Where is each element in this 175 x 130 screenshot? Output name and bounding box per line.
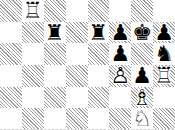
square-a7[interactable] <box>0 0 22 22</box>
chess-board: ♜♖♜♜♜♜♟♟♚♚♟♟♟♟♞♞♟♙♟♟♜♖♝♗♞♘ <box>0 0 175 130</box>
square-f6[interactable]: ♟♟ <box>109 22 131 44</box>
black-king-halo: ♚ <box>131 22 153 44</box>
square-g2[interactable]: ♞♘ <box>131 108 153 130</box>
white-knight-g2: ♘ <box>131 108 153 130</box>
black-knight-h5: ♞ <box>153 43 175 65</box>
white-rook-halo: ♜ <box>153 65 175 87</box>
square-g4[interactable]: ♟♟ <box>131 65 153 87</box>
black-pawn-f5: ♟ <box>109 43 131 65</box>
square-e7[interactable] <box>88 0 110 22</box>
square-e2[interactable] <box>88 108 110 130</box>
black-knight-halo: ♞ <box>153 43 175 65</box>
square-g7[interactable] <box>131 0 153 22</box>
square-a2[interactable] <box>0 108 22 130</box>
square-a3[interactable] <box>0 87 22 109</box>
black-pawn-h6: ♟ <box>153 22 175 44</box>
square-b5[interactable] <box>22 43 44 65</box>
white-pawn-halo: ♟ <box>109 65 131 87</box>
square-g6[interactable]: ♚♚ <box>131 22 153 44</box>
black-rook-e6: ♜ <box>88 22 110 44</box>
square-e5[interactable] <box>88 43 110 65</box>
square-c6[interactable]: ♜♜ <box>44 22 66 44</box>
square-d2[interactable] <box>66 108 88 130</box>
white-knight-halo: ♞ <box>131 108 153 130</box>
square-h4[interactable]: ♜♖ <box>153 65 175 87</box>
square-g5[interactable] <box>131 43 153 65</box>
black-rook-c6: ♜ <box>44 22 66 44</box>
square-b4[interactable] <box>22 65 44 87</box>
square-h2[interactable] <box>153 108 175 130</box>
square-a5[interactable] <box>0 43 22 65</box>
square-d7[interactable] <box>66 0 88 22</box>
square-f3[interactable] <box>109 87 131 109</box>
square-h6[interactable]: ♟♟ <box>153 22 175 44</box>
square-c4[interactable] <box>44 65 66 87</box>
square-c3[interactable] <box>44 87 66 109</box>
square-a4[interactable] <box>0 65 22 87</box>
square-f4[interactable]: ♟♙ <box>109 65 131 87</box>
square-d5[interactable] <box>66 43 88 65</box>
square-b7[interactable]: ♜♖ <box>22 0 44 22</box>
black-rook-halo: ♜ <box>44 22 66 44</box>
square-g3[interactable]: ♝♗ <box>131 87 153 109</box>
square-h5[interactable]: ♞♞ <box>153 43 175 65</box>
square-b3[interactable] <box>22 87 44 109</box>
square-a6[interactable] <box>0 22 22 44</box>
black-king-g6: ♚ <box>131 22 153 44</box>
white-bishop-g3: ♗ <box>131 87 153 109</box>
square-f7[interactable] <box>109 0 131 22</box>
square-c2[interactable] <box>44 108 66 130</box>
square-d4[interactable] <box>66 65 88 87</box>
black-pawn-halo: ♟ <box>131 65 153 87</box>
black-pawn-g4: ♟ <box>131 65 153 87</box>
square-c5[interactable] <box>44 43 66 65</box>
square-h3[interactable] <box>153 87 175 109</box>
square-d3[interactable] <box>66 87 88 109</box>
white-pawn-f4: ♙ <box>109 65 131 87</box>
square-h7[interactable] <box>153 0 175 22</box>
black-pawn-halo: ♟ <box>153 22 175 44</box>
square-d6[interactable] <box>66 22 88 44</box>
square-f2[interactable] <box>109 108 131 130</box>
black-pawn-halo: ♟ <box>109 43 131 65</box>
white-rook-h4: ♖ <box>153 65 175 87</box>
square-f5[interactable]: ♟♟ <box>109 43 131 65</box>
square-c7[interactable] <box>44 0 66 22</box>
chess-diagram: ♜♖♜♜♜♜♟♟♚♚♟♟♟♟♞♞♟♙♟♟♜♖♝♗♞♘ <box>0 0 175 130</box>
black-pawn-f6: ♟ <box>109 22 131 44</box>
white-bishop-halo: ♝ <box>131 87 153 109</box>
black-rook-halo: ♜ <box>88 22 110 44</box>
square-b2[interactable] <box>22 108 44 130</box>
square-e4[interactable] <box>88 65 110 87</box>
white-rook-halo: ♜ <box>22 0 44 22</box>
square-e3[interactable] <box>88 87 110 109</box>
square-e6[interactable]: ♜♜ <box>88 22 110 44</box>
square-b6[interactable] <box>22 22 44 44</box>
black-pawn-halo: ♟ <box>109 22 131 44</box>
white-rook-b7: ♖ <box>22 0 44 22</box>
